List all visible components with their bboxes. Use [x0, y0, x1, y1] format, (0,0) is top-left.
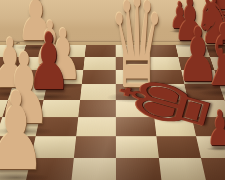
square[interactable] [158, 158, 206, 180]
piece-shadow [0, 173, 49, 180]
square[interactable] [76, 117, 116, 136]
square[interactable] [116, 136, 159, 158]
square[interactable] [71, 158, 116, 180]
square[interactable] [116, 158, 161, 180]
square[interactable] [73, 136, 115, 158]
square[interactable] [201, 158, 225, 180]
white-pawn[interactable]: ♟ [0, 82, 46, 180]
chessboard-photo: 654365 ♟♟♟♟♟♟♟♛♚♟♟♞♜♟♝♟ [0, 0, 225, 180]
black-bishop[interactable]: ♝ [200, 17, 225, 95]
piece-shadow [205, 146, 225, 150]
black-pawn[interactable]: ♟ [207, 106, 225, 150]
square[interactable] [156, 136, 201, 158]
